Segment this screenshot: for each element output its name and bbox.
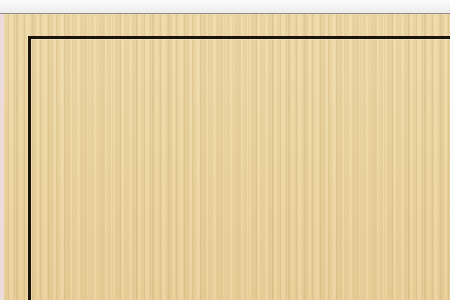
board-outer-frame <box>28 36 450 300</box>
window-edge-strip <box>0 13 4 300</box>
measurement-ruler <box>0 0 450 14</box>
xiangqi-app-screenshot <box>0 0 450 300</box>
